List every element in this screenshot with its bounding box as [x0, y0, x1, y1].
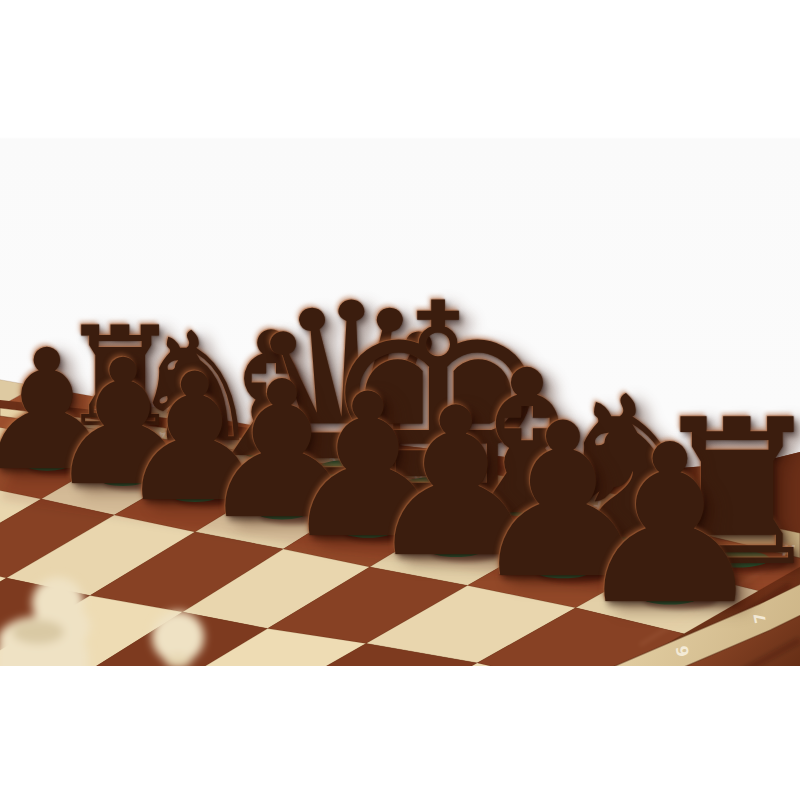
felt-base: [98, 417, 143, 429]
felt-base: [429, 543, 483, 557]
felt-base: [641, 589, 699, 604]
felt-base: [395, 477, 481, 499]
felt-base: [704, 550, 769, 567]
felt-base: [257, 507, 307, 520]
felt-base: [600, 525, 664, 542]
felt-base: [25, 459, 69, 470]
chess-set-photo: ABCDEFGH8765 ♜♞♝♛♚♝♞♜♟♟♟♟♟♟♟♟: [0, 0, 800, 800]
felt-base: [495, 500, 559, 517]
felt-base: [243, 445, 298, 460]
felt-base: [316, 460, 385, 478]
felt-base: [172, 431, 221, 444]
photo-crop-white-band: [0, 666, 800, 800]
felt-base: [535, 564, 591, 579]
felt-base: [172, 490, 218, 502]
felt-base: [342, 524, 394, 538]
felt-base: [100, 474, 145, 486]
